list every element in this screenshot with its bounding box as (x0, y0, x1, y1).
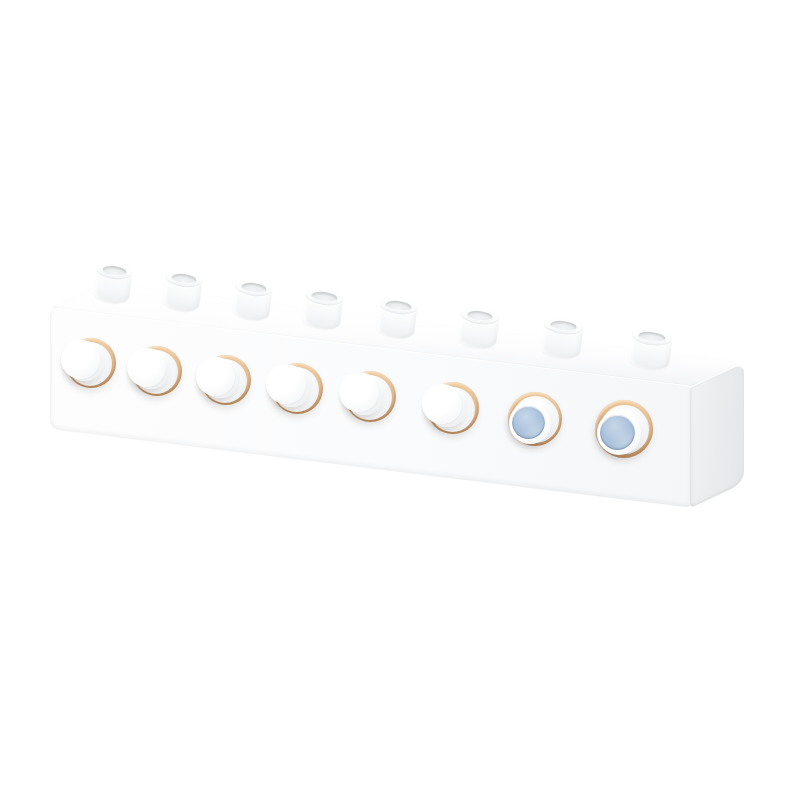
stud-hole (637, 331, 665, 344)
top-stud-4 (302, 287, 345, 331)
product-photo (0, 0, 800, 800)
top-stud-2 (161, 269, 203, 313)
peg-face (597, 411, 641, 455)
top-stud-8 (627, 327, 673, 372)
push-peg-white-3 (201, 355, 251, 405)
push-peg-blue-7 (508, 392, 562, 446)
stud-hole (102, 265, 127, 277)
peg-face (509, 402, 551, 444)
top-stud-1 (93, 261, 134, 305)
push-peg-white-4 (272, 363, 323, 414)
top-stud-3 (231, 278, 273, 322)
top-stud-6 (456, 306, 500, 350)
push-peg-white-2 (132, 346, 182, 396)
stud-hole (466, 310, 493, 323)
push-peg-white-6 (427, 382, 479, 434)
stud-hole (311, 291, 337, 304)
stud-hole (241, 282, 266, 294)
push-peg-white-1 (66, 338, 116, 388)
push-peg-blue-8 (595, 400, 653, 458)
peg-face (266, 364, 306, 404)
blue-magnet-disc (600, 415, 635, 450)
top-stud-5 (376, 296, 419, 340)
brick-right-face (690, 363, 744, 508)
peg-face (339, 372, 379, 412)
stud-hole (171, 273, 196, 285)
peg-face (61, 340, 100, 379)
top-stud-7 (540, 316, 585, 361)
blue-magnet-disc (512, 406, 545, 439)
push-peg-white-5 (345, 371, 396, 422)
peg-face (127, 348, 166, 387)
peg-face (196, 357, 235, 396)
stud-hole (385, 300, 411, 313)
peg-face (422, 384, 462, 424)
stud-hole (550, 320, 577, 333)
